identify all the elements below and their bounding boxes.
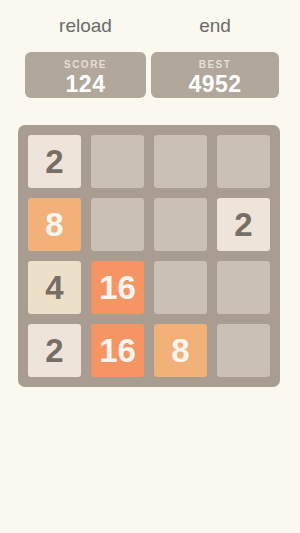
tile-2: 2 bbox=[217, 198, 270, 251]
empty-cell bbox=[154, 135, 207, 188]
tile-4: 4 bbox=[28, 261, 81, 314]
empty-cell bbox=[217, 324, 270, 377]
tile-2: 2 bbox=[28, 135, 81, 188]
best-box: BEST 4952 bbox=[151, 52, 279, 98]
reload-button[interactable]: reload bbox=[25, 14, 146, 38]
tile-16: 16 bbox=[91, 324, 144, 377]
tile-8: 8 bbox=[154, 324, 207, 377]
score-box: SCORE 124 bbox=[25, 52, 146, 98]
tile-16: 16 bbox=[91, 261, 144, 314]
empty-cell bbox=[217, 261, 270, 314]
board[interactable]: 2824162168 bbox=[18, 125, 280, 387]
end-button[interactable]: end bbox=[151, 14, 279, 38]
empty-cell bbox=[91, 198, 144, 251]
tile-2: 2 bbox=[28, 324, 81, 377]
empty-cell bbox=[217, 135, 270, 188]
score-label: SCORE bbox=[25, 59, 146, 70]
empty-cell bbox=[154, 198, 207, 251]
best-value: 4952 bbox=[151, 71, 279, 98]
empty-cell bbox=[154, 261, 207, 314]
tile-8: 8 bbox=[28, 198, 81, 251]
score-value: 124 bbox=[25, 71, 146, 98]
empty-cell bbox=[91, 135, 144, 188]
best-label: BEST bbox=[151, 59, 279, 70]
